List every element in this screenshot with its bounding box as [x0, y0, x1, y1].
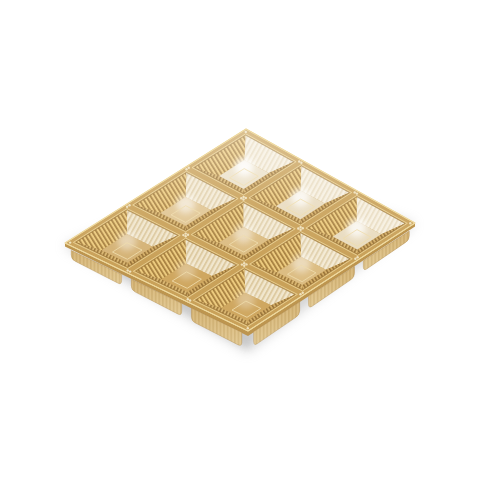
tray-top	[65, 129, 415, 331]
gold-candy-tray	[0, 0, 480, 480]
product-photo	[0, 0, 480, 480]
